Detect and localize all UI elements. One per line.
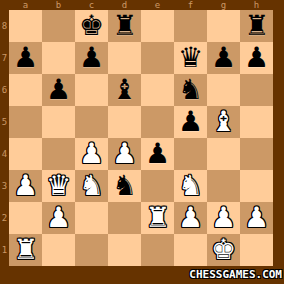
- square-c4: ♟: [75, 138, 108, 170]
- white-rook: ♜: [13, 234, 38, 266]
- white-pawn: ♟: [178, 202, 203, 234]
- rank-label-2: 2: [0, 202, 9, 234]
- square-h6: [240, 74, 273, 106]
- square-d5: [108, 106, 141, 138]
- square-h3: [240, 170, 273, 202]
- white-king: ♚: [211, 234, 236, 266]
- square-d6: ♝: [108, 74, 141, 106]
- black-pawn: ♟: [244, 42, 269, 74]
- rank-label-5: 5: [0, 106, 9, 138]
- square-f7: ♛: [174, 42, 207, 74]
- square-e6: [141, 74, 174, 106]
- square-b4: [42, 138, 75, 170]
- square-f6: ♞: [174, 74, 207, 106]
- square-a8: [9, 10, 42, 42]
- square-g7: ♟: [207, 42, 240, 74]
- square-c7: ♟: [75, 42, 108, 74]
- square-b3: ♛: [42, 170, 75, 202]
- square-b7: [42, 42, 75, 74]
- black-pawn: ♟: [145, 138, 170, 170]
- white-queen: ♛: [46, 170, 71, 202]
- square-a2: [9, 202, 42, 234]
- square-g4: [207, 138, 240, 170]
- black-knight: ♞: [178, 74, 203, 106]
- square-b1: [42, 234, 75, 266]
- square-a5: [9, 106, 42, 138]
- square-a1: ♜: [9, 234, 42, 266]
- square-g8: [207, 10, 240, 42]
- file-label-e: e: [141, 0, 174, 10]
- square-d1: [108, 234, 141, 266]
- square-g5: ♝: [207, 106, 240, 138]
- square-g1: ♚: [207, 234, 240, 266]
- square-e4: ♟: [141, 138, 174, 170]
- square-c5: [75, 106, 108, 138]
- black-rook: ♜: [112, 10, 137, 42]
- square-h2: ♟: [240, 202, 273, 234]
- square-e3: [141, 170, 174, 202]
- square-c2: [75, 202, 108, 234]
- rank-label-3: 3: [0, 170, 9, 202]
- white-pawn: ♟: [79, 138, 104, 170]
- white-rook: ♜: [145, 202, 170, 234]
- black-pawn: ♟: [13, 42, 38, 74]
- square-h8: ♜: [240, 10, 273, 42]
- square-a3: ♟: [9, 170, 42, 202]
- square-b6: ♟: [42, 74, 75, 106]
- square-e2: ♜: [141, 202, 174, 234]
- square-e7: [141, 42, 174, 74]
- rank-label-7: 7: [0, 42, 9, 74]
- file-label-a: a: [9, 0, 42, 10]
- white-knight: ♞: [178, 170, 203, 202]
- site-watermark: CHESSGAMES.COM: [189, 268, 282, 282]
- square-c3: ♞: [75, 170, 108, 202]
- rank-label-8: 8: [0, 10, 9, 42]
- square-f4: [174, 138, 207, 170]
- white-pawn: ♟: [244, 202, 269, 234]
- white-pawn: ♟: [46, 202, 71, 234]
- black-bishop: ♝: [112, 74, 137, 106]
- square-e5: [141, 106, 174, 138]
- square-d2: [108, 202, 141, 234]
- square-g3: [207, 170, 240, 202]
- square-g2: ♟: [207, 202, 240, 234]
- square-b8: [42, 10, 75, 42]
- square-d8: ♜: [108, 10, 141, 42]
- square-d3: ♞: [108, 170, 141, 202]
- black-pawn: ♟: [79, 42, 104, 74]
- file-labels: abcdefgh: [9, 0, 273, 10]
- black-pawn: ♟: [211, 42, 236, 74]
- file-label-g: g: [207, 0, 240, 10]
- square-h5: [240, 106, 273, 138]
- square-c1: [75, 234, 108, 266]
- black-queen: ♛: [178, 42, 203, 74]
- rank-label-6: 6: [0, 74, 9, 106]
- rank-labels: 87654321: [0, 10, 9, 266]
- square-f5: ♟: [174, 106, 207, 138]
- chess-board-diagram: abcdefgh 87654321 ♚♜♜♟♟♛♟♟♟♝♞♟♝♟♟♟♟♛♞♞♞♟…: [0, 0, 284, 284]
- square-h4: [240, 138, 273, 170]
- square-c8: ♚: [75, 10, 108, 42]
- black-rook: ♜: [244, 10, 269, 42]
- square-d4: ♟: [108, 138, 141, 170]
- square-e8: [141, 10, 174, 42]
- black-king: ♚: [79, 10, 104, 42]
- white-bishop: ♝: [211, 106, 236, 138]
- square-h1: [240, 234, 273, 266]
- white-knight: ♞: [79, 170, 104, 202]
- square-c6: [75, 74, 108, 106]
- black-pawn: ♟: [46, 74, 71, 106]
- square-g6: [207, 74, 240, 106]
- square-a7: ♟: [9, 42, 42, 74]
- rank-label-1: 1: [0, 234, 9, 266]
- square-b5: [42, 106, 75, 138]
- square-b2: ♟: [42, 202, 75, 234]
- square-f8: [174, 10, 207, 42]
- black-knight: ♞: [112, 170, 137, 202]
- square-f2: ♟: [174, 202, 207, 234]
- square-f1: [174, 234, 207, 266]
- square-e1: [141, 234, 174, 266]
- white-pawn: ♟: [13, 170, 38, 202]
- black-pawn: ♟: [178, 106, 203, 138]
- file-label-f: f: [174, 0, 207, 10]
- file-label-b: b: [42, 0, 75, 10]
- square-a4: [9, 138, 42, 170]
- white-pawn: ♟: [112, 138, 137, 170]
- square-d7: [108, 42, 141, 74]
- chess-board: ♚♜♜♟♟♛♟♟♟♝♞♟♝♟♟♟♟♛♞♞♞♟♜♟♟♟♜♚: [9, 10, 273, 266]
- rank-label-4: 4: [0, 138, 9, 170]
- white-pawn: ♟: [211, 202, 236, 234]
- square-h7: ♟: [240, 42, 273, 74]
- square-a6: [9, 74, 42, 106]
- square-f3: ♞: [174, 170, 207, 202]
